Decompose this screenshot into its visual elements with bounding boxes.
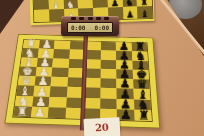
secondary-board-square	[34, 9, 49, 22]
main-board-frame: ♜♟♟♜♞♟♟♞♝♟♟♝♚♟♟♚♛♟♟♛♝♟♟♝♞♟♟♞♜♟♟♜	[4, 34, 160, 129]
clock-buttons	[71, 17, 109, 20]
square-c6[interactable]	[100, 88, 117, 99]
square-c3[interactable]	[50, 86, 67, 97]
white-r-piece[interactable]: ♜	[13, 105, 31, 118]
clock-time-right: 0:00	[95, 25, 109, 31]
clock-time-left: 0:00	[71, 25, 85, 31]
square-d6[interactable]	[100, 78, 117, 88]
square-b3[interactable]	[49, 97, 67, 108]
main-chessboard[interactable]: ♜♟♟♜♞♟♟♞♝♟♟♝♚♟♟♚♛♟♟♛♝♟♟♝♞♟♟♞♜♟♟♜	[4, 34, 160, 129]
square-a2[interactable]: ♟	[30, 106, 48, 117]
square-d3[interactable]	[51, 77, 68, 87]
table-number-card: 20	[83, 117, 120, 136]
floor-background	[158, 0, 204, 64]
square-a1[interactable]: ♜	[13, 106, 31, 117]
black-p-piece[interactable]: ♟	[117, 108, 135, 121]
square-a8[interactable]: ♜	[134, 110, 152, 121]
square-f6[interactable]	[100, 59, 116, 69]
secondary-board-square: ♝	[137, 5, 152, 18]
square-g3[interactable]	[53, 49, 69, 58]
square-a3[interactable]	[48, 107, 66, 118]
square-e6[interactable]	[100, 69, 116, 79]
black-b-piece: ♝	[137, 10, 152, 20]
tournament-photo-scene: ♝♞♟♞♜♟♟♝ 0:00 0:00 ♜♟♟♜♞♟♟♞♝♟♟♝♚♟♟♚♛♟♟♛♝…	[0, 0, 204, 136]
square-e3[interactable]	[51, 67, 68, 77]
clock-display: 0:00 0:00	[67, 22, 113, 33]
black-r-piece[interactable]: ♜	[134, 109, 152, 122]
secondary-board-square: ♟	[122, 6, 137, 19]
white-p-piece[interactable]: ♟	[30, 105, 48, 118]
square-b6[interactable]	[100, 98, 117, 109]
table-number: 20	[95, 122, 109, 133]
square-g6[interactable]	[100, 50, 116, 59]
square-f3[interactable]	[52, 58, 69, 68]
black-p-piece: ♟	[123, 10, 138, 20]
chess-clock: 0:00 0:00	[61, 16, 119, 36]
corner-shadow	[0, 0, 24, 34]
